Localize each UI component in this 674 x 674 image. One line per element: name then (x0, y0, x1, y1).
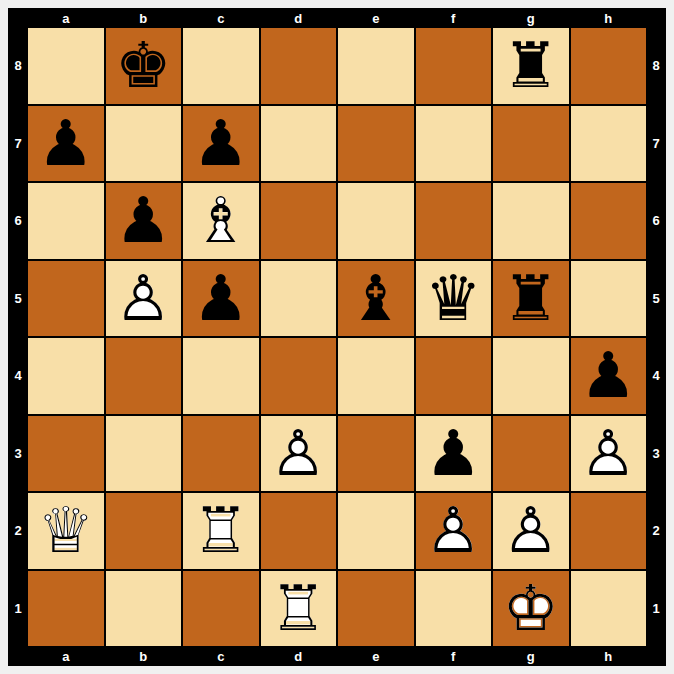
file-label-c: c (183, 646, 259, 666)
file-label-e: e (338, 646, 414, 666)
file-label-h: h (571, 8, 647, 28)
square-g7[interactable] (493, 106, 569, 182)
piece-black-pawn[interactable]: ♟ (571, 338, 647, 414)
file-label-a: a (28, 8, 104, 28)
square-h2[interactable] (571, 493, 647, 569)
file-label-b: b (106, 646, 182, 666)
square-a4[interactable] (28, 338, 104, 414)
square-c8[interactable] (183, 28, 259, 104)
square-e6[interactable] (338, 183, 414, 259)
square-b4[interactable] (106, 338, 182, 414)
piece-black-pawn[interactable]: ♟ (416, 416, 492, 492)
page-background: abcdefgh 87654321 ♚♜♟♟♟♝♟♟♝♛♜♟♟♟♟♛♜♟♟♜♚ … (0, 0, 674, 674)
square-g4[interactable] (493, 338, 569, 414)
rank-label-3: 3 (8, 416, 28, 492)
piece-white-king[interactable]: ♚ (493, 571, 569, 647)
square-d4[interactable] (261, 338, 337, 414)
square-d3[interactable]: ♟ (261, 416, 337, 492)
file-labels-top: abcdefgh (28, 8, 646, 28)
piece-black-rook[interactable]: ♜ (493, 28, 569, 104)
file-labels-bottom: abcdefgh (28, 646, 646, 666)
square-f1[interactable] (416, 571, 492, 647)
piece-white-rook[interactable]: ♜ (261, 571, 337, 647)
rank-label-2: 2 (646, 493, 666, 569)
square-b6[interactable]: ♟ (106, 183, 182, 259)
piece-black-bishop[interactable]: ♝ (338, 261, 414, 337)
piece-white-pawn[interactable]: ♟ (106, 261, 182, 337)
piece-white-pawn[interactable]: ♟ (571, 416, 647, 492)
square-f3[interactable]: ♟ (416, 416, 492, 492)
square-d7[interactable] (261, 106, 337, 182)
file-label-b: b (106, 8, 182, 28)
piece-black-king[interactable]: ♚ (106, 28, 182, 104)
square-h6[interactable] (571, 183, 647, 259)
square-a2[interactable]: ♛ (28, 493, 104, 569)
rank-label-8: 8 (8, 28, 28, 104)
piece-black-rook[interactable]: ♜ (493, 261, 569, 337)
square-b8[interactable]: ♚ (106, 28, 182, 104)
square-d5[interactable] (261, 261, 337, 337)
rank-label-4: 4 (646, 338, 666, 414)
square-a3[interactable] (28, 416, 104, 492)
piece-white-bishop[interactable]: ♝ (183, 183, 259, 259)
rank-label-8: 8 (646, 28, 666, 104)
square-g8[interactable]: ♜ (493, 28, 569, 104)
file-label-g: g (493, 8, 569, 28)
rank-label-5: 5 (8, 261, 28, 337)
file-label-c: c (183, 8, 259, 28)
rank-labels-left: 87654321 (8, 28, 28, 646)
square-e4[interactable] (338, 338, 414, 414)
rank-label-2: 2 (8, 493, 28, 569)
square-a5[interactable] (28, 261, 104, 337)
square-e3[interactable] (338, 416, 414, 492)
square-g3[interactable] (493, 416, 569, 492)
square-h5[interactable] (571, 261, 647, 337)
square-e1[interactable] (338, 571, 414, 647)
file-label-e: e (338, 8, 414, 28)
square-h3[interactable]: ♟ (571, 416, 647, 492)
file-label-d: d (261, 8, 337, 28)
rank-label-4: 4 (8, 338, 28, 414)
square-g2[interactable]: ♟ (493, 493, 569, 569)
rank-label-6: 6 (8, 183, 28, 259)
square-f6[interactable] (416, 183, 492, 259)
piece-white-pawn[interactable]: ♟ (261, 416, 337, 492)
file-label-f: f (416, 8, 492, 28)
rank-label-3: 3 (646, 416, 666, 492)
piece-white-pawn[interactable]: ♟ (493, 493, 569, 569)
square-g6[interactable] (493, 183, 569, 259)
square-f4[interactable] (416, 338, 492, 414)
square-f2[interactable]: ♟ (416, 493, 492, 569)
square-f7[interactable] (416, 106, 492, 182)
square-c4[interactable] (183, 338, 259, 414)
square-a1[interactable] (28, 571, 104, 647)
square-a7[interactable]: ♟ (28, 106, 104, 182)
square-b5[interactable]: ♟ (106, 261, 182, 337)
rank-labels-right: 87654321 (646, 28, 666, 646)
square-c3[interactable] (183, 416, 259, 492)
square-c7[interactable]: ♟ (183, 106, 259, 182)
square-b3[interactable] (106, 416, 182, 492)
square-b7[interactable] (106, 106, 182, 182)
rank-label-1: 1 (646, 571, 666, 647)
rank-label-7: 7 (8, 106, 28, 182)
piece-black-pawn[interactable]: ♟ (106, 183, 182, 259)
file-label-a: a (28, 646, 104, 666)
file-label-d: d (261, 646, 337, 666)
square-d6[interactable] (261, 183, 337, 259)
square-c2[interactable]: ♜ (183, 493, 259, 569)
piece-black-queen[interactable]: ♛ (416, 261, 492, 337)
square-g1[interactable]: ♚ (493, 571, 569, 647)
square-a6[interactable] (28, 183, 104, 259)
rank-label-6: 6 (646, 183, 666, 259)
square-b2[interactable] (106, 493, 182, 569)
piece-black-pawn[interactable]: ♟ (28, 106, 104, 182)
file-label-f: f (416, 646, 492, 666)
file-label-g: g (493, 646, 569, 666)
piece-white-rook[interactable]: ♜ (183, 493, 259, 569)
square-e2[interactable] (338, 493, 414, 569)
rank-label-7: 7 (646, 106, 666, 182)
square-b1[interactable] (106, 571, 182, 647)
square-h1[interactable] (571, 571, 647, 647)
rank-label-1: 1 (8, 571, 28, 647)
square-c6[interactable]: ♝ (183, 183, 259, 259)
square-c5[interactable]: ♟ (183, 261, 259, 337)
square-h4[interactable]: ♟ (571, 338, 647, 414)
square-d1[interactable]: ♜ (261, 571, 337, 647)
square-e8[interactable] (338, 28, 414, 104)
square-c1[interactable] (183, 571, 259, 647)
chess-board: ♚♜♟♟♟♝♟♟♝♛♜♟♟♟♟♛♜♟♟♜♚ (28, 28, 646, 646)
piece-black-pawn[interactable]: ♟ (183, 261, 259, 337)
square-d2[interactable] (261, 493, 337, 569)
square-h8[interactable] (571, 28, 647, 104)
square-d8[interactable] (261, 28, 337, 104)
square-h7[interactable] (571, 106, 647, 182)
square-f8[interactable] (416, 28, 492, 104)
square-e5[interactable]: ♝ (338, 261, 414, 337)
square-f5[interactable]: ♛ (416, 261, 492, 337)
piece-white-pawn[interactable]: ♟ (416, 493, 492, 569)
rank-label-5: 5 (646, 261, 666, 337)
piece-black-pawn[interactable]: ♟ (183, 106, 259, 182)
square-a8[interactable] (28, 28, 104, 104)
file-label-h: h (571, 646, 647, 666)
piece-white-queen[interactable]: ♛ (28, 493, 104, 569)
square-e7[interactable] (338, 106, 414, 182)
board-frame: abcdefgh 87654321 ♚♜♟♟♟♝♟♟♝♛♜♟♟♟♟♛♜♟♟♜♚ … (8, 8, 666, 666)
square-g5[interactable]: ♜ (493, 261, 569, 337)
